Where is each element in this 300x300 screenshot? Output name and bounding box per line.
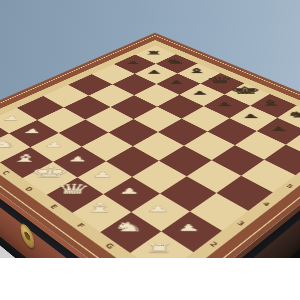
square-e3: [106, 146, 159, 177]
white-knight: ♞: [107, 220, 150, 233]
square-d3: [82, 132, 133, 161]
square-h1: ♜: [130, 231, 193, 258]
square-g1: ♞: [100, 212, 161, 253]
black-bishop: ♝: [182, 67, 213, 74]
file-label-g: G: [103, 242, 116, 251]
square-e4: [133, 132, 184, 161]
black-pawn: ♟: [161, 80, 192, 85]
white-queen: ♛: [52, 182, 94, 196]
square-g6: [235, 131, 286, 160]
white-rook: ♜: [0, 127, 2, 135]
black-knight: ♞: [160, 58, 190, 64]
square-d1: ♚: [23, 162, 78, 195]
black-pawn: ♟: [208, 101, 242, 107]
square-f5: [184, 132, 235, 161]
white-pawn: ♟: [0, 115, 30, 121]
rank-label-5: 5: [285, 183, 295, 189]
white-pawn: ♟: [109, 187, 149, 195]
white-pawn: ♟: [14, 128, 51, 134]
square-g2: ♟: [131, 194, 190, 232]
black-pawn: ♟: [290, 139, 300, 146]
white-rook: ♜: [137, 242, 182, 254]
square-e1: ♛: [47, 177, 104, 212]
file-label-e: E: [48, 203, 59, 210]
file-label-f: F: [75, 222, 87, 230]
white-bishop: ♝: [5, 153, 45, 163]
white-pawn: ♟: [137, 204, 179, 213]
square-c2: ♟: [30, 133, 81, 162]
board-frame: ♜♞♝♛♚♝♞♜♟♟♟♟♟♟♟♟♟♟♟♟♟♟♟♟♜♞♝♚♛♝♞♜ ABCDEFG…: [0, 33, 300, 258]
black-pawn: ♟: [184, 90, 216, 95]
file-label-c: C: [0, 170, 11, 176]
white-pawn: ♟: [59, 156, 97, 163]
square-f2: ♟: [103, 177, 160, 212]
white-knight: ♞: [0, 139, 23, 148]
white-pawn: ♟: [83, 171, 122, 179]
square-g5: [212, 145, 265, 176]
square-f1: ♝: [72, 194, 131, 232]
black-pawn: ♟: [234, 113, 269, 119]
rank-label-2: 2: [208, 241, 220, 249]
square-h3: [190, 193, 248, 231]
square-b1: ♞: [0, 133, 30, 162]
square-g3: [160, 176, 216, 211]
rank-label-4: 4: [261, 201, 272, 208]
square-d2: ♟: [53, 147, 106, 178]
square-h4: [216, 176, 272, 211]
black-pawn: ♟: [139, 70, 169, 75]
square-h5: [241, 160, 295, 193]
square-h7: ♟: [286, 131, 300, 160]
square-f3: [132, 161, 187, 194]
black-rook: ♜: [139, 50, 168, 55]
white-bishop: ♝: [79, 201, 122, 214]
white-pawn: ♟: [36, 141, 74, 148]
square-g4: [187, 160, 241, 193]
square-h2: ♟: [161, 211, 222, 252]
black-pawn: ♟: [118, 60, 148, 65]
chess-box: ♜♞♝♛♚♝♞♜♟♟♟♟♟♟♟♟♟♟♟♟♟♟♟♟♜♞♝♚♛♝♞♜ ABCDEFG…: [0, 33, 300, 258]
photo-chess-set: ♜♞♝♛♚♝♞♜♟♟♟♟♟♟♟♟♟♟♟♟♟♟♟♟♜♞♝♚♛♝♞♜ ABCDEFG…: [0, 0, 300, 300]
photo-area: ♜♞♝♛♚♝♞♜♟♟♟♟♟♟♟♟♟♟♟♟♟♟♟♟♜♞♝♚♛♝♞♜ ABCDEFG…: [0, 0, 300, 258]
square-h6: [264, 145, 300, 176]
black-bishop: ♝: [254, 99, 289, 107]
black-pawn: ♟: [261, 126, 298, 132]
white-king: ♚: [28, 165, 70, 180]
file-label-d: D: [23, 186, 35, 193]
rank-label-3: 3: [235, 220, 246, 228]
square-c1: ♝: [0, 147, 53, 178]
square-f4: [159, 146, 212, 177]
white-pawn: ♟: [168, 223, 211, 233]
square-e2: ♟: [77, 161, 132, 194]
brass-latch-icon: [19, 220, 35, 251]
coordinate-border: ♜♞♝♛♚♝♞♜♟♟♟♟♟♟♟♟♟♟♟♟♟♟♟♟♜♞♝♚♛♝♞♜ ABCDEFG…: [0, 40, 300, 258]
